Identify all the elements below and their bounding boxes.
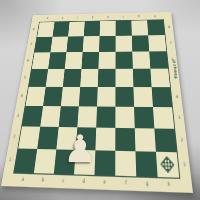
coord-rank-2: 2 — [176, 129, 188, 153]
square-f2[interactable] — [115, 128, 135, 151]
coord-file-d: d — [73, 179, 94, 185]
coord-file-a: a — [40, 17, 55, 20]
coord-file-c: c — [70, 16, 85, 19]
coord-file-b: b — [55, 16, 70, 19]
square-h7[interactable] — [148, 35, 166, 51]
square-h3[interactable] — [153, 107, 174, 129]
coord-rank-1: 1 — [179, 152, 192, 178]
square-b4[interactable] — [43, 87, 63, 106]
square-f5[interactable] — [115, 69, 133, 87]
square-c5[interactable] — [63, 69, 82, 87]
square-b1[interactable] — [34, 149, 56, 174]
coord-file-c: c — [53, 179, 74, 185]
square-g5[interactable] — [133, 69, 152, 87]
coord-file-e: e — [94, 180, 115, 186]
coord-file-f: f — [116, 15, 132, 18]
square-e6[interactable] — [98, 52, 115, 69]
square-c7[interactable] — [66, 36, 83, 52]
square-d3[interactable] — [77, 106, 97, 127]
square-g6[interactable] — [132, 51, 150, 68]
coord-file-e: e — [100, 15, 115, 18]
coord-rank-7: 7 — [166, 35, 176, 51]
square-f8[interactable] — [116, 21, 132, 36]
square-c4[interactable] — [61, 87, 80, 106]
square-e2[interactable] — [95, 128, 115, 151]
square-c3[interactable] — [59, 106, 79, 127]
square-d7[interactable] — [83, 36, 100, 52]
square-e3[interactable] — [96, 107, 115, 128]
square-g2[interactable] — [135, 128, 156, 152]
brand-logo-diamond-icon — [160, 156, 175, 173]
coord-file-f: f — [115, 181, 136, 187]
coord-file-h: h — [158, 182, 180, 188]
coord-rank-3: 3 — [174, 107, 185, 129]
square-e7[interactable] — [99, 36, 116, 52]
square-g3[interactable] — [134, 107, 154, 129]
coord-file-a: a — [13, 177, 34, 183]
coord-file-g: g — [136, 181, 158, 187]
square-b6[interactable] — [48, 52, 66, 69]
square-c6[interactable] — [65, 52, 83, 69]
coord-file-h: h — [147, 14, 163, 17]
square-h5[interactable] — [150, 69, 170, 88]
square-b7[interactable] — [50, 37, 68, 53]
square-h4[interactable] — [152, 87, 172, 107]
coord-file-g: g — [131, 15, 147, 18]
coord-rank-8: 8 — [165, 20, 174, 35]
square-b8[interactable] — [53, 22, 70, 37]
square-f4[interactable] — [115, 87, 134, 107]
square-h8[interactable] — [147, 20, 165, 35]
square-d8[interactable] — [84, 21, 100, 36]
coord-rank-4: 4 — [172, 87, 183, 107]
square-g4[interactable] — [133, 87, 153, 107]
square-g1[interactable] — [135, 151, 157, 177]
square-h6[interactable] — [149, 51, 168, 68]
square-h2[interactable] — [154, 129, 176, 153]
square-f6[interactable] — [116, 52, 133, 69]
coord-file-b: b — [32, 178, 53, 184]
square-b5[interactable] — [46, 69, 65, 87]
square-b3[interactable] — [40, 106, 61, 127]
square-g7[interactable] — [132, 35, 149, 51]
square-e1[interactable] — [94, 150, 115, 175]
brand-text: ©chess — [172, 59, 179, 79]
square-g8[interactable] — [131, 20, 148, 35]
square-b2[interactable] — [37, 127, 58, 150]
square-h1[interactable] — [156, 152, 179, 178]
square-d6[interactable] — [81, 52, 99, 69]
square-c8[interactable] — [68, 22, 85, 37]
square-f1[interactable] — [115, 151, 136, 177]
photo-scene: abcdefgh abcdefgh 87654321 87654321 ©che… — [0, 0, 200, 200]
square-e4[interactable] — [97, 87, 115, 107]
square-f7[interactable] — [116, 36, 133, 52]
coord-file-d: d — [85, 16, 100, 19]
square-e5[interactable] — [98, 69, 116, 87]
square-d5[interactable] — [80, 69, 98, 87]
square-f3[interactable] — [115, 107, 134, 128]
square-e8[interactable] — [100, 21, 116, 36]
square-d4[interactable] — [79, 87, 98, 107]
